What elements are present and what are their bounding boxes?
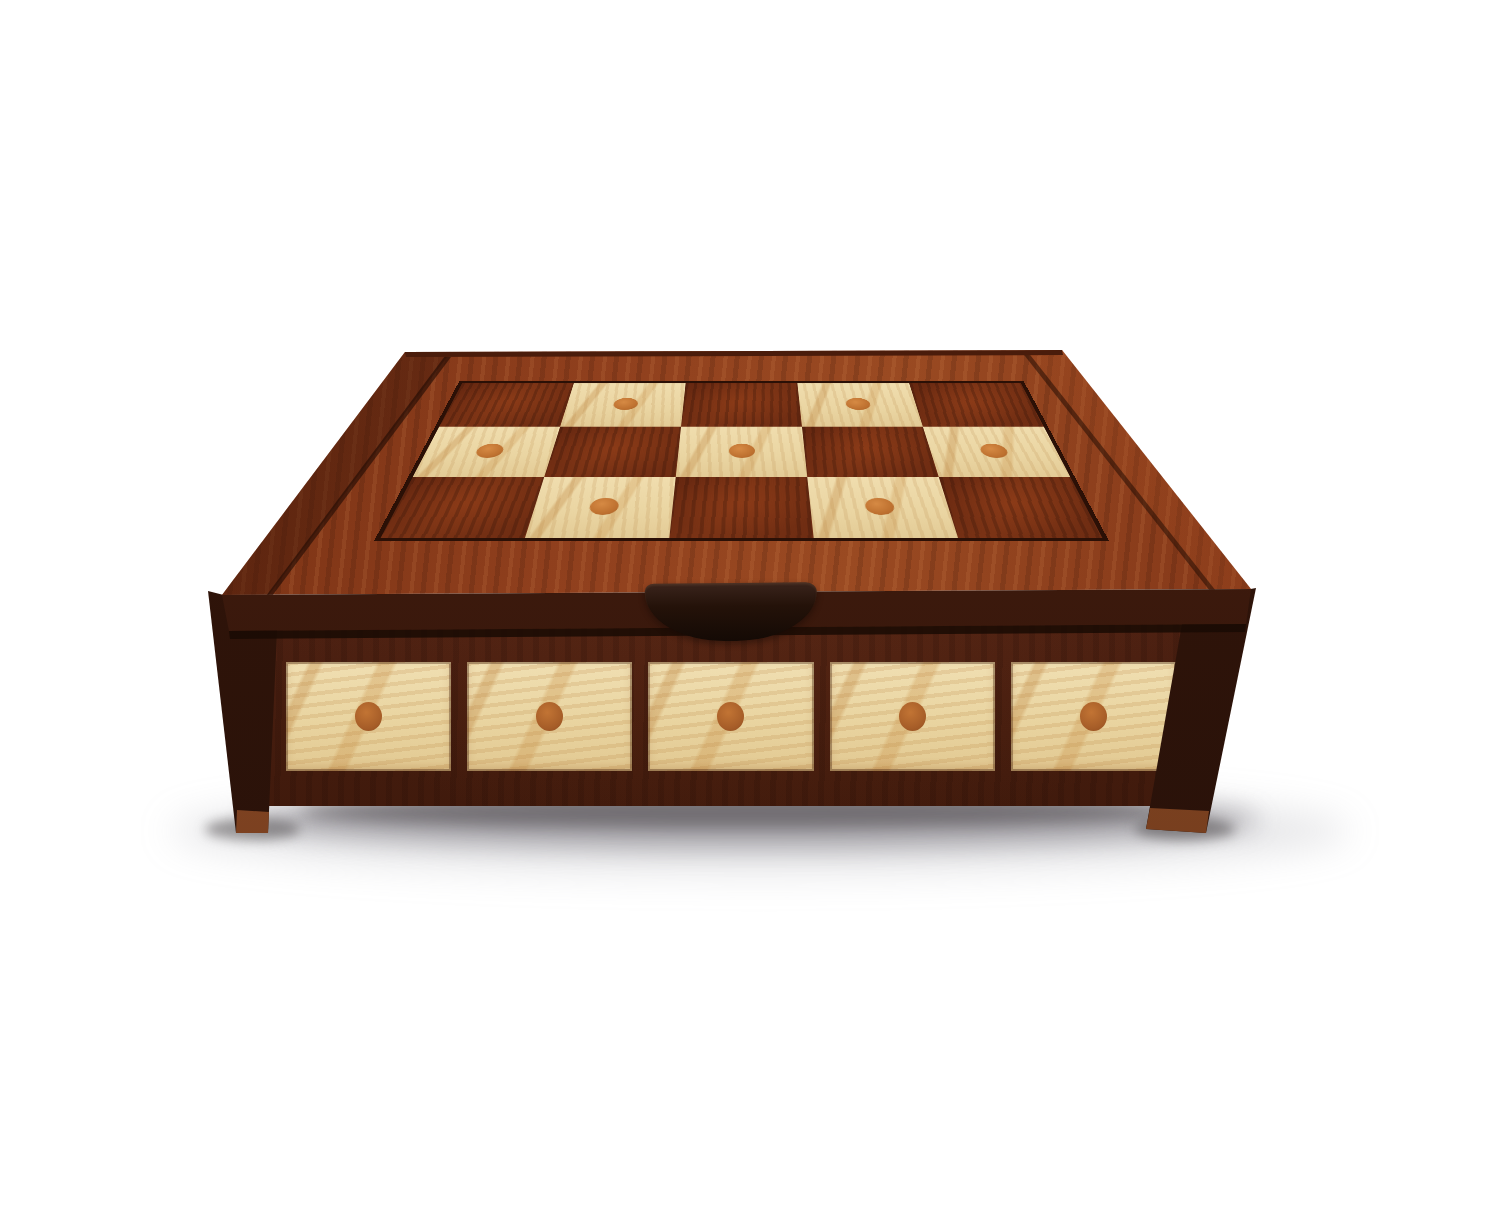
board-square-dark [909, 383, 1044, 426]
board-square-dark [939, 477, 1102, 538]
product-photo: { "game": "Checkers / chess storage box … [0, 0, 1500, 1215]
inlay-dot [473, 444, 505, 458]
inlay-dot [863, 498, 895, 515]
board-square-light [807, 477, 958, 538]
checkerboard [374, 381, 1109, 541]
board-square-light [923, 426, 1071, 477]
board-square-dark [544, 426, 681, 477]
front-panel [648, 662, 813, 771]
board-square-dark [439, 383, 574, 426]
inlay-dot [728, 444, 754, 458]
board-square-dark [681, 383, 802, 426]
inlay-dot [588, 498, 620, 515]
inlay-dot [536, 702, 563, 731]
front-panel [467, 662, 632, 771]
inlay-dot [978, 444, 1010, 458]
front-panel [830, 662, 995, 771]
inlay-dot [1080, 702, 1107, 731]
board-square-light [560, 383, 685, 426]
front-panel [1011, 662, 1176, 771]
front-panel-row [286, 662, 1176, 771]
inlay-dot [845, 398, 872, 410]
board-square-light [676, 426, 808, 477]
board-square-dark [669, 477, 813, 538]
board-square-dark [802, 426, 939, 477]
front-panel [286, 662, 451, 771]
checkerboard-perspective-wrap [374, 211, 1109, 541]
board-square-light [413, 426, 561, 477]
inlay-dot [612, 398, 639, 410]
inlay-dot [717, 702, 744, 731]
board-square-dark [381, 477, 544, 538]
inlay-dot [899, 702, 926, 731]
board-square-light [525, 477, 676, 538]
inlay-dot [355, 702, 382, 731]
board-square-light [797, 383, 922, 426]
